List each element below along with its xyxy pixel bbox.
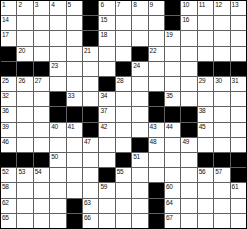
cell-r13c3[interactable]	[34, 183, 49, 197]
cell-r4c2[interactable]: 20	[17, 47, 32, 61]
clue-number-40: 40	[51, 123, 58, 130]
cell-r1c12[interactable]: 10	[181, 1, 196, 15]
cell-r11c10[interactable]	[149, 153, 164, 167]
clue-number-32: 32	[2, 92, 9, 99]
black-cell-r1c6	[83, 1, 98, 15]
cell-r10c14[interactable]	[214, 138, 229, 152]
cell-r8c14[interactable]	[214, 107, 229, 121]
clue-number-67: 67	[166, 214, 173, 221]
clue-number-8: 8	[133, 1, 136, 8]
cell-r9c8[interactable]	[116, 123, 131, 137]
clue-number-17: 17	[2, 31, 9, 38]
cell-r3c7[interactable]: 18	[99, 31, 114, 45]
cell-r1c14[interactable]: 12	[214, 1, 229, 15]
cell-r2c7[interactable]: 15	[99, 16, 114, 30]
black-cell-r11c2	[17, 153, 32, 167]
cell-r14c6[interactable]: 63	[83, 199, 98, 213]
clue-number-58: 58	[2, 183, 9, 190]
clue-number-13: 13	[232, 1, 239, 8]
clue-number-33: 33	[68, 92, 75, 99]
cell-r12c10[interactable]	[149, 168, 164, 182]
black-cell-r15c5	[67, 214, 82, 228]
clue-number-47: 47	[84, 138, 91, 145]
cell-r13c6[interactable]	[83, 183, 98, 197]
cell-r14c2[interactable]	[17, 199, 32, 213]
cell-r2c4[interactable]	[50, 16, 65, 30]
cell-r12c9[interactable]	[132, 168, 147, 182]
cell-r10c15[interactable]	[231, 138, 246, 152]
cell-r2c9[interactable]	[132, 16, 147, 30]
cell-r1c2[interactable]: 2	[17, 1, 32, 15]
cell-r1c9[interactable]: 8	[132, 1, 147, 15]
cell-r3c4[interactable]	[50, 31, 65, 45]
clue-number-30: 30	[215, 77, 222, 84]
cell-r12c4[interactable]	[50, 168, 65, 182]
cell-r8c13[interactable]: 38	[198, 107, 213, 121]
cell-r3c1[interactable]: 17	[1, 31, 16, 45]
cell-r15c7[interactable]	[99, 214, 114, 228]
black-cell-r8c5	[67, 107, 82, 121]
cell-r13c13[interactable]	[198, 183, 213, 197]
cell-r14c8[interactable]	[116, 199, 131, 213]
black-cell-r5c3	[34, 62, 49, 76]
clue-number-42: 42	[100, 123, 107, 130]
cell-r14c11[interactable]: 64	[165, 199, 180, 213]
cell-r13c15[interactable]: 61	[231, 183, 246, 197]
cell-r5c6[interactable]	[83, 62, 98, 76]
cell-r7c7[interactable]: 34	[99, 92, 114, 106]
cell-r12c14[interactable]: 57	[214, 168, 229, 182]
clue-number-19: 19	[166, 31, 173, 38]
cell-r4c11[interactable]	[165, 47, 180, 61]
cell-r2c2[interactable]	[17, 16, 32, 30]
black-cell-r11c13	[198, 153, 213, 167]
cell-r5c10[interactable]	[149, 62, 164, 76]
cell-r7c1[interactable]: 32	[1, 92, 16, 106]
cell-r11c11[interactable]	[165, 153, 180, 167]
cell-r6c4[interactable]	[50, 77, 65, 91]
cell-r10c13[interactable]	[198, 138, 213, 152]
cell-r9c13[interactable]: 45	[198, 123, 213, 137]
cell-r13c14[interactable]	[214, 183, 229, 197]
cell-r14c3[interactable]	[34, 199, 49, 213]
cell-r3c12[interactable]	[181, 31, 196, 45]
black-cell-r14c10	[149, 199, 164, 213]
clue-number-44: 44	[166, 123, 173, 130]
cell-r12c11[interactable]	[165, 168, 180, 182]
cell-r6c11[interactable]	[165, 77, 180, 91]
cell-r3c2[interactable]	[17, 31, 32, 45]
cell-r5c5[interactable]	[67, 62, 82, 76]
clue-number-27: 27	[35, 77, 42, 84]
black-cell-r11c3	[34, 153, 49, 167]
clue-number-3: 3	[35, 1, 38, 8]
clue-number-65: 65	[2, 214, 9, 221]
cell-r5c9[interactable]: 24	[132, 62, 147, 76]
clue-number-18: 18	[100, 31, 107, 38]
cell-r13c8[interactable]	[116, 183, 131, 197]
black-cell-r7c4	[50, 92, 65, 106]
cell-r15c6[interactable]: 66	[83, 214, 98, 228]
cell-r7c8[interactable]	[116, 92, 131, 106]
cell-r15c13[interactable]	[198, 214, 213, 228]
cell-r4c8[interactable]	[116, 47, 131, 61]
cell-r4c3[interactable]	[34, 47, 49, 61]
clue-number-20: 20	[18, 47, 25, 54]
clue-number-25: 25	[2, 77, 9, 84]
cell-r10c7[interactable]	[99, 138, 114, 152]
clue-number-64: 64	[166, 199, 173, 206]
cell-r7c15[interactable]	[231, 92, 246, 106]
cell-r15c12[interactable]	[181, 214, 196, 228]
cell-r10c10[interactable]: 48	[149, 138, 164, 152]
black-cell-r4c9	[132, 47, 147, 61]
cell-r7c12[interactable]	[181, 92, 196, 106]
cell-r8c9[interactable]	[132, 107, 147, 121]
cell-r7c5[interactable]: 33	[67, 92, 82, 106]
clue-number-21: 21	[84, 47, 91, 54]
cell-r8c2[interactable]	[17, 107, 32, 121]
cell-r6c1[interactable]: 25	[1, 77, 16, 91]
clue-number-56: 56	[199, 168, 206, 175]
cell-r2c5[interactable]	[67, 16, 82, 30]
clue-number-12: 12	[215, 1, 222, 8]
cell-r3c13[interactable]	[198, 31, 213, 45]
cell-r9c5[interactable]: 41	[67, 123, 82, 137]
cell-r10c6[interactable]: 47	[83, 138, 98, 152]
cell-r12c8[interactable]: 55	[116, 168, 131, 182]
clue-number-35: 35	[166, 92, 173, 99]
cell-r12c13[interactable]: 56	[198, 168, 213, 182]
black-cell-r11c15	[231, 153, 246, 167]
cell-r15c9[interactable]	[132, 214, 147, 228]
clue-number-46: 46	[2, 138, 9, 145]
cell-r1c3[interactable]: 3	[34, 1, 49, 15]
clue-number-62: 62	[2, 199, 9, 206]
cell-r4c10[interactable]: 22	[149, 47, 164, 61]
black-cell-r2c11	[165, 16, 180, 30]
crossword-board: 1234567891011121314151617181920212223242…	[0, 0, 247, 229]
cell-r1c10[interactable]: 9	[149, 1, 164, 15]
black-cell-r9c6	[83, 123, 98, 137]
cell-r15c1[interactable]: 65	[1, 214, 16, 228]
clue-number-11: 11	[199, 1, 205, 8]
cell-r6c15[interactable]: 31	[231, 77, 246, 91]
cell-r7c2[interactable]	[17, 92, 32, 106]
cell-r14c7[interactable]	[99, 199, 114, 213]
cell-r4c6[interactable]: 21	[83, 47, 98, 61]
cell-r7c11[interactable]: 35	[165, 92, 180, 106]
cell-r6c6[interactable]	[83, 77, 98, 91]
cell-r11c6[interactable]	[83, 153, 98, 167]
cell-r13c1[interactable]: 58	[1, 183, 16, 197]
cell-r4c15[interactable]	[231, 47, 246, 61]
cell-r3c9[interactable]	[132, 31, 147, 45]
cell-r4c12[interactable]	[181, 47, 196, 61]
cell-r6c2[interactable]: 26	[17, 77, 32, 91]
cell-r8c15[interactable]	[231, 107, 246, 121]
cell-r8c1[interactable]: 36	[1, 107, 16, 121]
clue-number-34: 34	[100, 92, 107, 99]
black-cell-r6c7	[99, 77, 114, 91]
clue-number-26: 26	[18, 77, 25, 84]
cell-r4c5[interactable]	[67, 47, 82, 61]
cell-r3c5[interactable]	[67, 31, 82, 45]
clue-number-14: 14	[2, 16, 9, 23]
cell-r4c13[interactable]	[198, 47, 213, 61]
clue-number-1: 1	[2, 1, 5, 8]
clue-number-66: 66	[84, 214, 91, 221]
black-cell-r5c15	[231, 62, 246, 76]
cell-r15c11[interactable]: 67	[165, 214, 180, 228]
cell-r15c14[interactable]	[214, 214, 229, 228]
cell-r15c15[interactable]	[231, 214, 246, 228]
clue-number-43: 43	[150, 123, 157, 130]
black-cell-r4c1	[1, 47, 16, 61]
clue-number-4: 4	[51, 1, 54, 8]
cell-r1c7[interactable]: 6	[99, 1, 114, 15]
cell-r2c8[interactable]	[116, 16, 131, 30]
cell-r12c3[interactable]: 54	[34, 168, 49, 182]
clue-number-29: 29	[199, 77, 206, 84]
clue-number-51: 51	[133, 153, 140, 160]
black-cell-r8c12	[181, 107, 196, 121]
cell-r13c2[interactable]	[17, 183, 32, 197]
cell-r6c14[interactable]: 30	[214, 77, 229, 91]
black-cell-r13c10	[149, 183, 164, 197]
cell-r2c12[interactable]: 16	[181, 16, 196, 30]
black-cell-r14c5	[67, 199, 82, 213]
cell-r6c10[interactable]	[149, 77, 164, 91]
clue-number-38: 38	[199, 107, 206, 114]
cell-r13c12[interactable]	[181, 183, 196, 197]
cell-r11c5[interactable]	[67, 153, 82, 167]
cell-r14c1[interactable]: 62	[1, 199, 16, 213]
clue-number-10: 10	[182, 1, 189, 8]
black-cell-r1c11	[165, 1, 180, 15]
cell-r10c11[interactable]	[165, 138, 180, 152]
cell-r4c4[interactable]	[50, 47, 65, 61]
black-cell-r5c8	[116, 62, 131, 76]
cell-r9c4[interactable]: 40	[50, 123, 65, 137]
cell-r14c13[interactable]	[198, 199, 213, 213]
clue-number-55: 55	[117, 168, 124, 175]
cell-r2c15[interactable]	[231, 16, 246, 30]
black-cell-r11c8	[116, 153, 131, 167]
cell-r4c7[interactable]	[99, 47, 114, 61]
cell-r13c5[interactable]	[67, 183, 82, 197]
cell-r15c8[interactable]	[116, 214, 131, 228]
clue-number-24: 24	[133, 62, 140, 69]
clue-number-45: 45	[199, 123, 206, 130]
black-cell-r11c1	[1, 153, 16, 167]
cell-r6c13[interactable]: 29	[198, 77, 213, 91]
cell-r11c4[interactable]: 50	[50, 153, 65, 167]
cell-r9c1[interactable]: 39	[1, 123, 16, 137]
black-cell-r3c6	[83, 31, 98, 45]
cell-r15c2[interactable]	[17, 214, 32, 228]
black-cell-r2c6	[83, 16, 98, 30]
clue-number-9: 9	[150, 1, 153, 8]
cell-r10c3[interactable]	[34, 138, 49, 152]
cell-r7c13[interactable]	[198, 92, 213, 106]
black-cell-r5c1	[1, 62, 16, 76]
cell-r12c1[interactable]: 52	[1, 168, 16, 182]
clue-number-48: 48	[150, 138, 157, 145]
clue-number-28: 28	[117, 77, 124, 84]
cell-r2c13[interactable]	[198, 16, 213, 30]
cell-r3c8[interactable]	[116, 31, 131, 45]
cell-r9c2[interactable]	[17, 123, 32, 137]
cell-r2c1[interactable]: 14	[1, 16, 16, 30]
black-cell-r5c14	[214, 62, 229, 76]
black-cell-r8c4	[50, 107, 65, 121]
clue-number-36: 36	[2, 107, 9, 114]
black-cell-r15c10	[149, 214, 164, 228]
cell-r15c4[interactable]	[50, 214, 65, 228]
cell-r6c3[interactable]: 27	[34, 77, 49, 91]
clue-number-59: 59	[100, 183, 107, 190]
clue-number-54: 54	[35, 168, 42, 175]
clue-number-22: 22	[150, 47, 157, 54]
black-cell-r11c14	[214, 153, 229, 167]
cell-r3c11[interactable]: 19	[165, 31, 180, 45]
clue-number-50: 50	[51, 153, 58, 160]
cell-r1c4[interactable]: 4	[50, 1, 65, 15]
black-cell-r5c2	[17, 62, 32, 76]
cell-r3c10[interactable]	[149, 31, 164, 45]
cell-r5c7[interactable]	[99, 62, 114, 76]
cell-r9c11[interactable]: 44	[165, 123, 180, 137]
cell-r3c3[interactable]	[34, 31, 49, 45]
clue-number-7: 7	[117, 1, 120, 8]
cell-r3c15[interactable]	[231, 31, 246, 45]
clue-number-16: 16	[182, 16, 189, 23]
clue-number-31: 31	[232, 77, 239, 84]
cell-r7c6[interactable]	[83, 92, 98, 106]
cell-r14c12[interactable]	[181, 199, 196, 213]
cell-r9c14[interactable]	[214, 123, 229, 137]
cell-r6c9[interactable]	[132, 77, 147, 91]
cell-r8c7[interactable]: 37	[99, 107, 114, 121]
cell-r9c15[interactable]	[231, 123, 246, 137]
clue-number-39: 39	[2, 123, 9, 130]
cell-r2c14[interactable]	[214, 16, 229, 30]
cell-r11c7[interactable]	[99, 153, 114, 167]
cell-r10c2[interactable]	[17, 138, 32, 152]
black-cell-r9c12	[181, 123, 196, 137]
clue-number-37: 37	[100, 107, 107, 114]
cell-r2c10[interactable]	[149, 16, 164, 30]
cell-r8c3[interactable]	[34, 107, 49, 121]
black-cell-r8c10	[149, 107, 164, 121]
cell-r5c12[interactable]	[181, 62, 196, 76]
cell-r14c14[interactable]	[214, 199, 229, 213]
clue-number-15: 15	[100, 16, 107, 23]
cell-r1c8[interactable]: 7	[116, 1, 131, 15]
clue-number-41: 41	[68, 123, 75, 130]
black-cell-r12c15	[231, 168, 246, 182]
cell-r7c14[interactable]	[214, 92, 229, 106]
cell-r1c15[interactable]: 13	[231, 1, 246, 15]
clue-number-49: 49	[182, 138, 189, 145]
clue-number-57: 57	[215, 168, 222, 175]
crossword-puzzle: 1234567891011121314151617181920212223242…	[0, 0, 247, 229]
clue-number-5: 5	[68, 1, 71, 8]
clue-number-6: 6	[100, 1, 103, 8]
cell-r5c11[interactable]	[165, 62, 180, 76]
cell-r4c14[interactable]	[214, 47, 229, 61]
cell-r11c12[interactable]	[181, 153, 196, 167]
cell-r10c5[interactable]	[67, 138, 82, 152]
cell-r7c3[interactable]	[34, 92, 49, 106]
cell-r13c9[interactable]	[132, 183, 147, 197]
cell-r12c5[interactable]	[67, 168, 82, 182]
black-cell-r10c9	[132, 138, 147, 152]
cell-r9c3[interactable]	[34, 123, 49, 137]
cell-r12c2[interactable]: 53	[17, 168, 32, 182]
cell-r6c8[interactable]: 28	[116, 77, 131, 91]
cell-r11c9[interactable]: 51	[132, 153, 147, 167]
clue-number-52: 52	[2, 168, 9, 175]
cell-r14c15[interactable]	[231, 199, 246, 213]
cell-r6c5[interactable]	[67, 77, 82, 91]
cell-r5c4[interactable]: 23	[50, 62, 65, 76]
black-cell-r5c13	[198, 62, 213, 76]
clue-number-53: 53	[18, 168, 25, 175]
black-cell-r12c7	[99, 168, 114, 182]
cell-r9c7[interactable]: 42	[99, 123, 114, 137]
clue-number-63: 63	[84, 199, 91, 206]
clue-number-2: 2	[18, 1, 21, 8]
cell-r9c9[interactable]	[132, 123, 147, 137]
cell-r7c9[interactable]	[132, 92, 147, 106]
cell-r6c12[interactable]	[181, 77, 196, 91]
cell-r14c9[interactable]	[132, 199, 147, 213]
cell-r10c12[interactable]: 49	[181, 138, 196, 152]
cell-r13c7[interactable]: 59	[99, 183, 114, 197]
cell-r1c5[interactable]: 5	[67, 1, 82, 15]
cell-r15c3[interactable]	[34, 214, 49, 228]
cell-r2c3[interactable]	[34, 16, 49, 30]
cell-r14c4[interactable]	[50, 199, 65, 213]
clue-number-60: 60	[166, 183, 173, 190]
cell-r9c10[interactable]: 43	[149, 123, 164, 137]
cell-r10c1[interactable]: 46	[1, 138, 16, 152]
black-cell-r8c6	[83, 107, 98, 121]
black-cell-r7c10	[149, 92, 164, 106]
cell-r13c4[interactable]	[50, 183, 65, 197]
cell-r10c4[interactable]	[50, 138, 65, 152]
cell-r10c8[interactable]	[116, 138, 131, 152]
cell-r1c13[interactable]: 11	[198, 1, 213, 15]
cell-r8c8[interactable]	[116, 107, 131, 121]
cell-r12c6[interactable]	[83, 168, 98, 182]
clue-number-61: 61	[232, 183, 239, 190]
cell-r1c1[interactable]: 1	[1, 1, 16, 15]
black-cell-r8c11	[165, 107, 180, 121]
clue-number-23: 23	[51, 62, 58, 69]
cell-r3c14[interactable]	[214, 31, 229, 45]
cell-r12c12[interactable]	[181, 168, 196, 182]
cell-r13c11[interactable]: 60	[165, 183, 180, 197]
